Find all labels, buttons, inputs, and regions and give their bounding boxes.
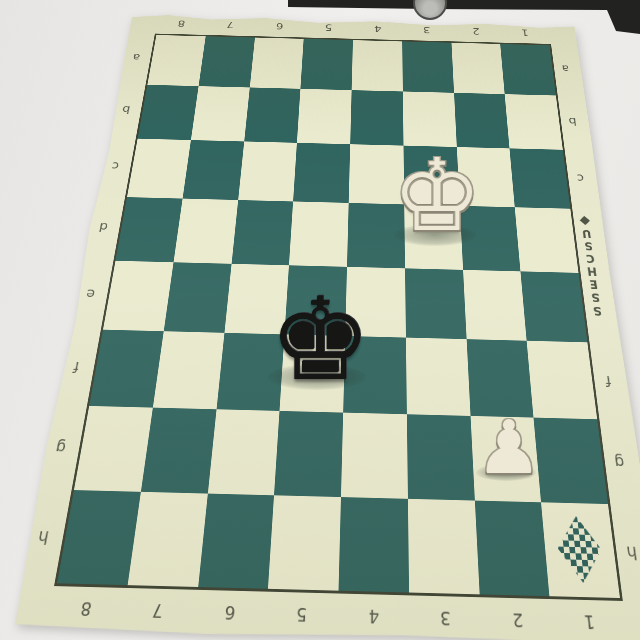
black-king[interactable]: ♚ xyxy=(206,283,434,397)
piece-layer: ♚♚♟ xyxy=(0,0,640,640)
white-king[interactable]: ♚ xyxy=(337,146,537,246)
white-pawn[interactable]: ♟ xyxy=(435,410,583,484)
